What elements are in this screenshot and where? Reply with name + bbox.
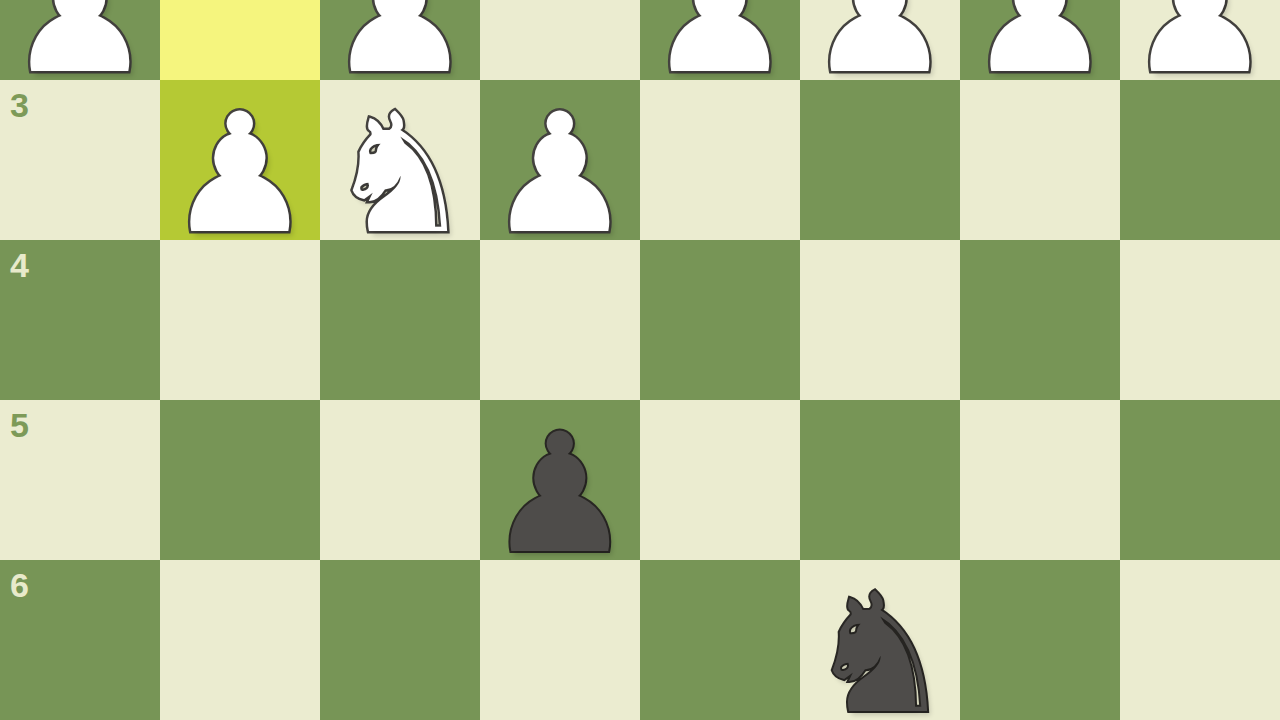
square-d6[interactable]	[640, 560, 800, 720]
square-e3[interactable]: ♟	[480, 80, 640, 240]
square-a4[interactable]	[1120, 240, 1280, 400]
square-b4[interactable]	[960, 240, 1120, 400]
white-pawn-g3[interactable]: ♟	[160, 94, 320, 254]
board-viewport: ♟♟♟♟♟♟3♟♞♟45♟6♞	[0, 0, 1280, 720]
square-f4[interactable]	[320, 240, 480, 400]
square-f6[interactable]	[320, 560, 480, 720]
square-e6[interactable]	[480, 560, 640, 720]
square-b6[interactable]	[960, 560, 1120, 720]
rank-label-5: 5	[10, 408, 29, 442]
square-b3[interactable]	[960, 80, 1120, 240]
white-knight-f3[interactable]: ♞	[320, 94, 480, 254]
square-h3[interactable]: 3	[0, 80, 160, 240]
square-f5[interactable]	[320, 400, 480, 560]
square-a5[interactable]	[1120, 400, 1280, 560]
square-h6[interactable]: 6	[0, 560, 160, 720]
square-a2[interactable]: ♟	[1120, 0, 1280, 80]
black-knight-c6[interactable]: ♞	[800, 574, 960, 720]
square-g2[interactable]	[160, 0, 320, 80]
square-e4[interactable]	[480, 240, 640, 400]
square-g3[interactable]: ♟	[160, 80, 320, 240]
rank-label-4: 4	[10, 248, 29, 282]
square-f3[interactable]: ♞	[320, 80, 480, 240]
square-d5[interactable]	[640, 400, 800, 560]
square-d3[interactable]	[640, 80, 800, 240]
square-e5[interactable]: ♟	[480, 400, 640, 560]
square-c4[interactable]	[800, 240, 960, 400]
square-a6[interactable]	[1120, 560, 1280, 720]
square-e2[interactable]	[480, 0, 640, 80]
square-g5[interactable]	[160, 400, 320, 560]
rank-label-6: 6	[10, 568, 29, 602]
square-g4[interactable]	[160, 240, 320, 400]
square-h4[interactable]: 4	[0, 240, 160, 400]
square-g6[interactable]	[160, 560, 320, 720]
rank-label-3: 3	[10, 88, 29, 122]
square-h5[interactable]: 5	[0, 400, 160, 560]
square-a3[interactable]	[1120, 80, 1280, 240]
square-c3[interactable]	[800, 80, 960, 240]
square-b5[interactable]	[960, 400, 1120, 560]
chess-board: ♟♟♟♟♟♟3♟♞♟45♟6♞	[0, 0, 1280, 720]
square-f2[interactable]: ♟	[320, 0, 480, 80]
square-d4[interactable]	[640, 240, 800, 400]
square-c2[interactable]: ♟	[800, 0, 960, 80]
white-pawn-e3[interactable]: ♟	[480, 94, 640, 254]
square-c5[interactable]	[800, 400, 960, 560]
square-b2[interactable]: ♟	[960, 0, 1120, 80]
square-d2[interactable]: ♟	[640, 0, 800, 80]
square-c6[interactable]: ♞	[800, 560, 960, 720]
black-pawn-e5[interactable]: ♟	[480, 414, 640, 574]
square-h2[interactable]: ♟	[0, 0, 160, 80]
